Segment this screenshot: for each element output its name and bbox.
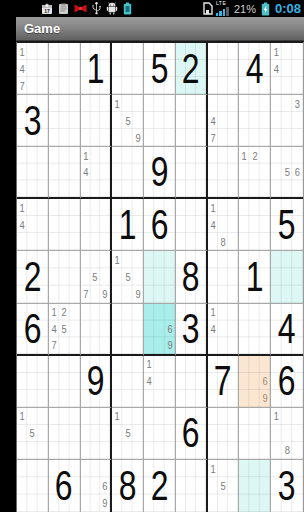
cell-r9c7[interactable]: 15	[208, 460, 240, 512]
cell-r2c5[interactable]	[144, 95, 176, 147]
cell-r2c6[interactable]	[176, 95, 208, 147]
cell-r9c2[interactable]: 6	[49, 460, 81, 512]
pencil-marks: 47	[208, 95, 239, 146]
calendar-icon: 17	[41, 3, 53, 15]
pencil-marks: 3	[271, 95, 303, 146]
pencil-marks: 15	[112, 408, 143, 459]
cell-r9c8[interactable]	[239, 460, 271, 512]
pencil-mark: 1	[18, 199, 27, 216]
pencil-mark: 5	[28, 425, 37, 442]
cell-value: 1	[246, 256, 264, 298]
cell-r7c8[interactable]: 69	[239, 356, 271, 408]
cell-r2c4[interactable]: 159	[112, 95, 144, 147]
pencil-mark: 9	[134, 129, 143, 146]
pencil-mark: 1	[113, 95, 122, 112]
pencil-mark: 9	[261, 390, 270, 407]
cell-r1c4[interactable]	[112, 43, 144, 95]
cell-r4c6[interactable]	[176, 199, 208, 251]
system-icons: LTE 21% 0:08	[202, 1, 301, 16]
cell-r4c4[interactable]: 1	[112, 199, 144, 251]
pencil-marks: 14	[17, 199, 48, 250]
cell-r1c9[interactable]: 14	[271, 43, 303, 95]
cell-r5c8[interactable]: 1	[239, 251, 271, 303]
pencil-mark: 6	[261, 373, 270, 390]
pencil-mark: 1	[18, 43, 27, 60]
cell-value: 5	[151, 48, 169, 90]
svg-text:17: 17	[44, 7, 50, 13]
pencil-mark: 1	[113, 251, 122, 268]
cell-r5c1[interactable]: 2	[17, 251, 49, 303]
cell-r8c3[interactable]	[81, 408, 113, 460]
bow-icon	[74, 4, 87, 13]
pencil-mark: 9	[165, 337, 174, 354]
clipboard-icon	[58, 3, 69, 15]
cell-r7c2[interactable]	[49, 356, 81, 408]
pencil-mark: 1	[113, 408, 122, 425]
cell-value: 6	[278, 360, 296, 402]
pencil-mark: 2	[250, 147, 259, 164]
battery-app-icon	[123, 2, 132, 15]
cell-value: 2	[182, 48, 200, 90]
pencil-mark: 7	[81, 286, 89, 303]
cell-r8c6[interactable]: 6	[176, 408, 208, 460]
pencil-mark: 5	[283, 164, 292, 181]
pencil-mark: 4	[18, 216, 27, 233]
pencil-marks: 148	[208, 199, 239, 250]
cell-value: 6	[55, 465, 73, 507]
cell-r1c6[interactable]: 2	[176, 43, 208, 95]
cell-value: 8	[182, 256, 200, 298]
cell-r3c1[interactable]	[17, 147, 49, 199]
cell-value: 1	[119, 204, 137, 246]
cell-r6c6[interactable]: 3	[176, 304, 208, 356]
cell-r4c8[interactable]	[239, 199, 271, 251]
pencil-mark: 5	[123, 268, 132, 285]
cell-r2c1[interactable]: 3	[17, 95, 49, 147]
cell-r7c7[interactable]: 7	[208, 356, 240, 408]
cell-r5c3[interactable]: 579	[81, 251, 113, 303]
cell-r7c6[interactable]	[176, 356, 208, 408]
pencil-mark: 5	[91, 268, 99, 285]
cell-value: 5	[278, 204, 296, 246]
pencil-mark: 5	[123, 425, 132, 442]
cell-value: 9	[151, 151, 169, 193]
pencil-mark: 7	[208, 129, 217, 146]
pencil-marks: 69	[239, 356, 270, 407]
pencil-marks: 12457	[49, 304, 80, 354]
pencil-mark: 1	[145, 356, 154, 373]
pencil-mark: 1	[208, 199, 217, 216]
pencil-marks: 69	[144, 304, 175, 354]
cell-r4c2[interactable]	[49, 199, 81, 251]
pencil-mark: 6	[165, 320, 174, 337]
cell-r6c9[interactable]: 4	[271, 304, 303, 356]
pencil-mark: 1	[18, 408, 27, 425]
pencil-mark: 3	[293, 95, 302, 112]
pencil-mark: 4	[50, 320, 59, 337]
cell-r9c9[interactable]: 3	[271, 460, 303, 512]
pencil-mark: 6	[293, 164, 302, 181]
cell-r9c1[interactable]	[17, 460, 49, 512]
network-type-label: LTE	[216, 1, 226, 6]
pencil-mark: 4	[145, 373, 154, 390]
cell-r8c5[interactable]	[144, 408, 176, 460]
cell-r9c6[interactable]	[176, 460, 208, 512]
network-indicator: LTE	[216, 1, 229, 16]
android-icon	[106, 2, 118, 15]
pencil-mark: 7	[50, 337, 59, 354]
sudoku-board: 1471524143159473149125614161485257915981…	[16, 41, 304, 512]
sim-icon	[202, 2, 213, 15]
cell-r2c8[interactable]	[239, 95, 271, 147]
cell-value: 2	[151, 465, 169, 507]
battery-percent-label: 21%	[234, 3, 256, 15]
cell-r2c9[interactable]: 3	[271, 95, 303, 147]
pencil-marks: 15	[17, 408, 48, 459]
cell-r8c8[interactable]	[239, 408, 271, 460]
cell-r9c5[interactable]: 2	[144, 460, 176, 512]
pencil-mark: 5	[60, 320, 69, 337]
page-title: Game	[24, 21, 60, 36]
cell-r6c5[interactable]: 69	[144, 304, 176, 356]
pencil-mark: 1	[208, 460, 217, 477]
cell-r1c3[interactable]: 1	[81, 43, 113, 95]
cell-r4c1[interactable]: 14	[17, 199, 49, 251]
cell-r5c5[interactable]	[144, 251, 176, 303]
cell-r3c2[interactable]	[49, 147, 81, 199]
cell-r6c7[interactable]: 14	[208, 304, 240, 356]
cell-r7c5[interactable]: 14	[144, 356, 176, 408]
cell-value: 4	[278, 308, 296, 350]
cell-r3c7[interactable]	[208, 147, 240, 199]
pencil-mark: 1	[81, 147, 89, 164]
cell-value: 6	[151, 204, 169, 246]
pencil-marks: 14	[208, 304, 239, 354]
cell-value: 6	[24, 308, 42, 350]
cell-r5c2[interactable]	[49, 251, 81, 303]
cell-r5c4[interactable]: 159	[112, 251, 144, 303]
pencil-mark: 9	[134, 286, 143, 303]
cell-r7c1[interactable]	[17, 356, 49, 408]
pencil-mark: 4	[208, 112, 217, 129]
status-bar: 17	[16, 0, 304, 17]
cell-r6c3[interactable]	[81, 304, 113, 356]
cell-r3c4[interactable]	[112, 147, 144, 199]
usb-icon	[92, 2, 101, 15]
cell-r5c7[interactable]	[208, 251, 240, 303]
cell-value: 3	[24, 100, 42, 142]
cell-value: 1	[87, 48, 105, 90]
cell-r6c2[interactable]: 12457	[49, 304, 81, 356]
pencil-mark: 7	[18, 77, 27, 94]
pencil-marks: 14	[144, 356, 175, 407]
cell-value: 8	[119, 465, 137, 507]
pencil-mark: 9	[101, 286, 109, 303]
pencil-mark: 4	[272, 60, 281, 77]
clock-label: 0:08	[275, 1, 301, 16]
cell-r4c5[interactable]: 6	[144, 199, 176, 251]
cell-r4c7[interactable]: 148	[208, 199, 240, 251]
cell-r8c9[interactable]: 18	[271, 408, 303, 460]
cell-r1c5[interactable]: 5	[144, 43, 176, 95]
cell-r2c2[interactable]	[49, 95, 81, 147]
pencil-mark: 4	[81, 164, 89, 181]
cell-r3c8[interactable]: 12	[239, 147, 271, 199]
cell-value: 2	[24, 256, 42, 298]
pencil-marks: 14	[271, 43, 303, 94]
battery-charging-icon	[261, 2, 270, 16]
cell-r3c6[interactable]	[176, 147, 208, 199]
pencil-mark: 1	[240, 147, 249, 164]
cell-r2c7[interactable]: 47	[208, 95, 240, 147]
cell-value: 6	[182, 412, 200, 454]
cell-r9c4[interactable]: 8	[112, 460, 144, 512]
cell-value: 9	[87, 360, 105, 402]
cell-r6c8[interactable]	[239, 304, 271, 356]
title-bar: Game	[16, 17, 304, 41]
cell-r6c4[interactable]	[112, 304, 144, 356]
cell-r3c9[interactable]: 56	[271, 147, 303, 199]
pencil-marks: 159	[112, 251, 143, 302]
pencil-mark: 1	[208, 304, 217, 321]
pencil-mark: 5	[219, 477, 228, 494]
pencil-mark: 5	[123, 112, 132, 129]
cell-r7c9[interactable]: 6	[271, 356, 303, 408]
pencil-marks: 18	[271, 408, 303, 459]
cell-value: 7	[214, 360, 232, 402]
pencil-marks: 14	[81, 147, 111, 197]
pencil-marks: 69	[81, 460, 111, 512]
pencil-marks: 56	[271, 147, 303, 197]
cell-r4c9[interactable]: 5	[271, 199, 303, 251]
cell-r8c1[interactable]: 15	[17, 408, 49, 460]
pencil-marks: 159	[112, 95, 143, 146]
pencil-mark: 4	[208, 320, 217, 337]
pencil-mark: 9	[101, 495, 109, 512]
cell-r9c3[interactable]: 69	[81, 460, 113, 512]
notification-icons: 17	[41, 2, 132, 15]
phone-screen: 17	[16, 0, 304, 512]
cell-r1c7[interactable]	[208, 43, 240, 95]
pencil-mark: 2	[60, 304, 69, 321]
cell-r3c5[interactable]: 9	[144, 147, 176, 199]
pencil-marks: 579	[81, 251, 111, 302]
cell-r8c2[interactable]	[49, 408, 81, 460]
cell-value: 3	[278, 465, 296, 507]
cell-r7c4[interactable]	[112, 356, 144, 408]
pencil-marks: 12	[239, 147, 270, 197]
cell-r5c6[interactable]: 8	[176, 251, 208, 303]
pencil-marks: 15	[208, 460, 239, 512]
pencil-mark: 8	[283, 442, 292, 459]
cell-r7c3[interactable]: 9	[81, 356, 113, 408]
cell-r4c3[interactable]	[81, 199, 113, 251]
cell-value: 4	[246, 48, 264, 90]
cell-r8c7[interactable]	[208, 408, 240, 460]
pencil-marks: 147	[17, 43, 48, 94]
pencil-mark: 1	[272, 43, 281, 60]
cell-r5c9[interactable]	[271, 251, 303, 303]
pencil-mark: 4	[18, 60, 27, 77]
pencil-mark: 1	[50, 304, 59, 321]
signal-bars-icon	[216, 7, 229, 16]
cell-r8c4[interactable]: 15	[112, 408, 144, 460]
cell-r1c1[interactable]: 147	[17, 43, 49, 95]
pencil-mark: 1	[272, 408, 281, 425]
cell-value: 3	[182, 308, 200, 350]
cell-r6c1[interactable]: 6	[17, 304, 49, 356]
pencil-mark: 4	[208, 216, 217, 233]
pencil-mark: 8	[219, 233, 228, 250]
cell-r1c2[interactable]	[49, 43, 81, 95]
cell-r1c8[interactable]: 4	[239, 43, 271, 95]
pencil-mark: 6	[101, 477, 109, 494]
cell-r2c3[interactable]	[81, 95, 113, 147]
cell-r3c3[interactable]: 14	[81, 147, 113, 199]
